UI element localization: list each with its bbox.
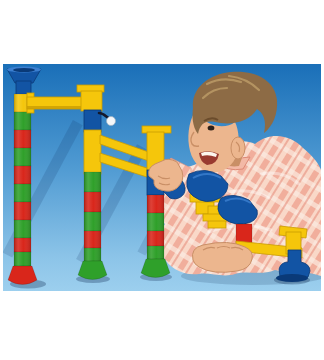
- scene-canvas: [3, 64, 321, 291]
- tower-shading: [147, 195, 164, 259]
- tower-base: [8, 266, 37, 285]
- marble: [107, 117, 116, 126]
- tower-base: [78, 261, 107, 280]
- tower-shading: [14, 94, 31, 266]
- tower-base: [141, 259, 170, 278]
- tower-shading: [84, 172, 101, 261]
- foot-base: [276, 274, 308, 282]
- boy-ear: [231, 137, 245, 159]
- funnel-hole: [13, 68, 35, 72]
- product-photo-page: [0, 0, 324, 360]
- marble-run-photo: [3, 64, 321, 291]
- boy-eye: [208, 126, 215, 131]
